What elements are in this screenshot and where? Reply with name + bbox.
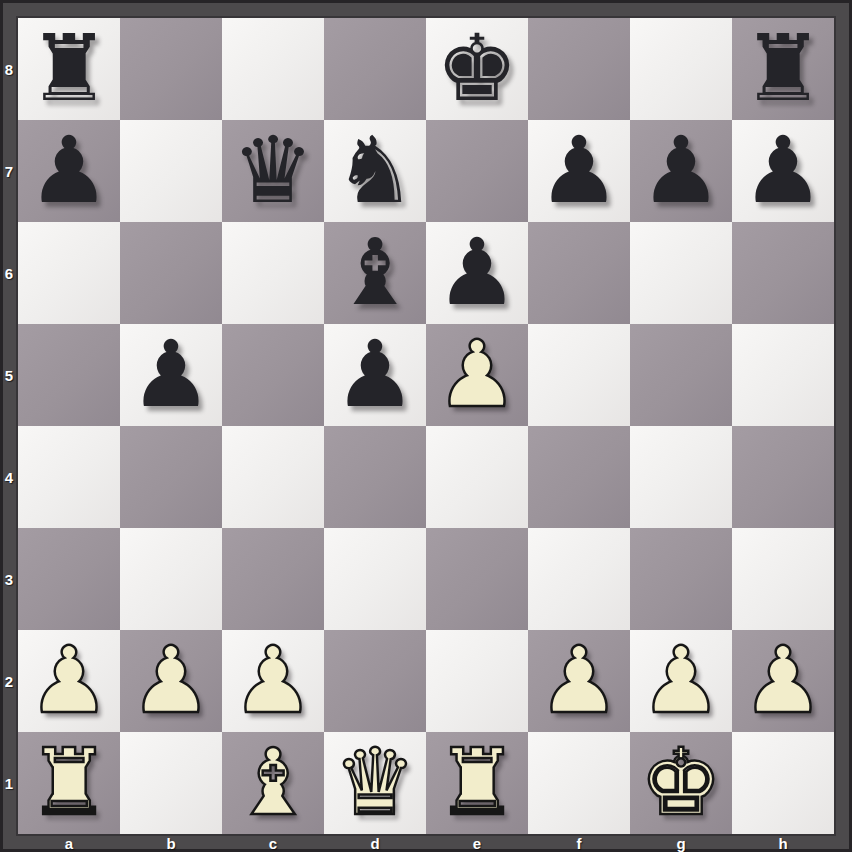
file-label-h: h (732, 834, 834, 852)
rank-label-6: 6 (0, 222, 18, 324)
piece-white-pawn-b2[interactable]: ♟ (130, 630, 212, 732)
piece-black-pawn-h7[interactable]: ♟ (742, 120, 824, 222)
rank-label-3: 3 (0, 528, 18, 630)
square-f6[interactable] (528, 222, 630, 324)
rank-label-2: 2 (0, 630, 18, 732)
square-c1[interactable]: ♝ (222, 732, 324, 834)
square-e3[interactable] (426, 528, 528, 630)
piece-black-rook-a8[interactable]: ♜ (28, 18, 110, 120)
square-g1[interactable]: ♚ (630, 732, 732, 834)
file-label-d: d (324, 834, 426, 852)
piece-white-bishop-c1[interactable]: ♝ (232, 732, 314, 834)
rank-label-1: 1 (0, 732, 18, 834)
square-g8[interactable] (630, 18, 732, 120)
piece-black-knight-d7[interactable]: ♞ (334, 120, 416, 222)
square-a2[interactable]: ♟ (18, 630, 120, 732)
square-a6[interactable] (18, 222, 120, 324)
square-e2[interactable] (426, 630, 528, 732)
rank-label-5: 5 (0, 324, 18, 426)
square-f2[interactable]: ♟ (528, 630, 630, 732)
square-a3[interactable] (18, 528, 120, 630)
piece-black-rook-h8[interactable]: ♜ (742, 18, 824, 120)
piece-black-pawn-d5[interactable]: ♟ (334, 324, 416, 426)
piece-white-pawn-g2[interactable]: ♟ (640, 630, 722, 732)
piece-white-king-g1[interactable]: ♚ (640, 732, 722, 834)
square-b3[interactable] (120, 528, 222, 630)
square-f7[interactable]: ♟ (528, 120, 630, 222)
square-e7[interactable] (426, 120, 528, 222)
piece-white-rook-e1[interactable]: ♜ (436, 732, 518, 834)
file-label-g: g (630, 834, 732, 852)
square-h4[interactable] (732, 426, 834, 528)
square-a1[interactable]: ♜ (18, 732, 120, 834)
square-b4[interactable] (120, 426, 222, 528)
square-b1[interactable] (120, 732, 222, 834)
square-d5[interactable]: ♟ (324, 324, 426, 426)
square-d1[interactable]: ♛ (324, 732, 426, 834)
square-b6[interactable] (120, 222, 222, 324)
square-h7[interactable]: ♟ (732, 120, 834, 222)
square-b8[interactable] (120, 18, 222, 120)
square-d3[interactable] (324, 528, 426, 630)
square-h8[interactable]: ♜ (732, 18, 834, 120)
file-label-a: a (18, 834, 120, 852)
square-h5[interactable] (732, 324, 834, 426)
square-d4[interactable] (324, 426, 426, 528)
piece-black-pawn-f7[interactable]: ♟ (538, 120, 620, 222)
piece-black-bishop-d6[interactable]: ♝ (334, 222, 416, 324)
piece-white-pawn-e5[interactable]: ♟ (436, 324, 518, 426)
rank-labels: 87654321 (0, 18, 18, 834)
square-e6[interactable]: ♟ (426, 222, 528, 324)
square-g6[interactable] (630, 222, 732, 324)
square-f5[interactable] (528, 324, 630, 426)
square-d6[interactable]: ♝ (324, 222, 426, 324)
square-e5[interactable]: ♟ (426, 324, 528, 426)
square-f3[interactable] (528, 528, 630, 630)
file-labels: abcdefgh (18, 834, 834, 852)
piece-black-king-e8[interactable]: ♚ (436, 18, 518, 120)
piece-white-pawn-c2[interactable]: ♟ (232, 630, 314, 732)
square-e8[interactable]: ♚ (426, 18, 528, 120)
square-c3[interactable] (222, 528, 324, 630)
piece-white-pawn-f2[interactable]: ♟ (538, 630, 620, 732)
piece-white-rook-a1[interactable]: ♜ (28, 732, 110, 834)
piece-white-queen-d1[interactable]: ♛ (334, 732, 416, 834)
square-c5[interactable] (222, 324, 324, 426)
square-f8[interactable] (528, 18, 630, 120)
rank-label-4: 4 (0, 426, 18, 528)
piece-black-queen-c7[interactable]: ♛ (232, 120, 314, 222)
square-c7[interactable]: ♛ (222, 120, 324, 222)
square-f1[interactable] (528, 732, 630, 834)
rank-label-7: 7 (0, 120, 18, 222)
square-c8[interactable] (222, 18, 324, 120)
piece-black-pawn-e6[interactable]: ♟ (436, 222, 518, 324)
square-a4[interactable] (18, 426, 120, 528)
piece-white-pawn-h2[interactable]: ♟ (742, 630, 824, 732)
square-h2[interactable]: ♟ (732, 630, 834, 732)
square-h1[interactable] (732, 732, 834, 834)
square-c2[interactable]: ♟ (222, 630, 324, 732)
piece-black-pawn-a7[interactable]: ♟ (28, 120, 110, 222)
chess-board[interactable]: ♜♚♜♟♛♞♟♟♟♝♟♟♟♟♟♟♟♟♟♟♜♝♛♜♚ (18, 18, 834, 834)
square-e4[interactable] (426, 426, 528, 528)
chess-board-frame: 87654321 ♜♚♜♟♛♞♟♟♟♝♟♟♟♟♟♟♟♟♟♟♜♝♛♜♚ abcde… (0, 0, 852, 852)
square-g7[interactable]: ♟ (630, 120, 732, 222)
rank-label-8: 8 (0, 18, 18, 120)
square-e1[interactable]: ♜ (426, 732, 528, 834)
square-h3[interactable] (732, 528, 834, 630)
square-b5[interactable]: ♟ (120, 324, 222, 426)
square-a8[interactable]: ♜ (18, 18, 120, 120)
square-c6[interactable] (222, 222, 324, 324)
square-d7[interactable]: ♞ (324, 120, 426, 222)
square-c4[interactable] (222, 426, 324, 528)
square-g5[interactable] (630, 324, 732, 426)
square-d8[interactable] (324, 18, 426, 120)
file-label-b: b (120, 834, 222, 852)
square-g4[interactable] (630, 426, 732, 528)
file-label-e: e (426, 834, 528, 852)
square-g3[interactable] (630, 528, 732, 630)
piece-white-pawn-a2[interactable]: ♟ (28, 630, 110, 732)
square-b2[interactable]: ♟ (120, 630, 222, 732)
file-label-c: c (222, 834, 324, 852)
file-label-f: f (528, 834, 630, 852)
piece-black-pawn-b5[interactable]: ♟ (130, 324, 212, 426)
square-h6[interactable] (732, 222, 834, 324)
square-g2[interactable]: ♟ (630, 630, 732, 732)
square-a7[interactable]: ♟ (18, 120, 120, 222)
piece-black-pawn-g7[interactable]: ♟ (640, 120, 722, 222)
square-b7[interactable] (120, 120, 222, 222)
square-a5[interactable] (18, 324, 120, 426)
square-f4[interactable] (528, 426, 630, 528)
square-d2[interactable] (324, 630, 426, 732)
